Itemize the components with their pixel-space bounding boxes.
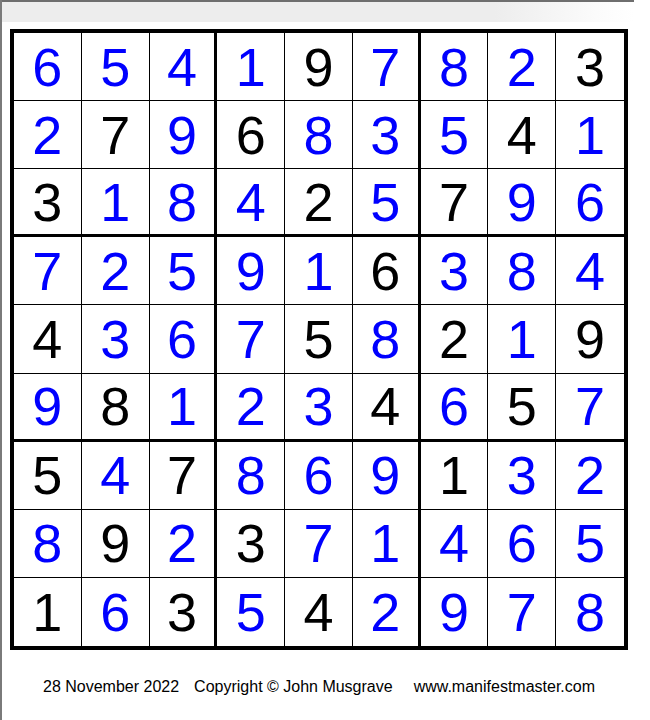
cell-r2c4: 6 (217, 101, 285, 169)
footer-copyright: Copyright © John Musgrave (194, 678, 393, 696)
cell-r2c1: 2 (14, 101, 82, 169)
cell-r4c6: 6 (353, 237, 421, 305)
cell-r3c6: 5 (353, 169, 421, 237)
cell-r7c3: 7 (150, 442, 218, 510)
cell-r7c9: 2 (556, 442, 624, 510)
cell-r2c2: 7 (82, 101, 150, 169)
cell-r2c7: 5 (421, 101, 489, 169)
cell-r5c9: 9 (556, 305, 624, 373)
cell-r1c6: 7 (353, 33, 421, 101)
cell-r1c5: 9 (285, 33, 353, 101)
cell-r9c9: 8 (556, 578, 624, 646)
cell-r6c9: 7 (556, 374, 624, 442)
cell-r4c4: 9 (217, 237, 285, 305)
cell-r3c2: 1 (82, 169, 150, 237)
cell-r5c1: 4 (14, 305, 82, 373)
cell-r8c1: 8 (14, 510, 82, 578)
cell-r4c8: 8 (488, 237, 556, 305)
cell-r6c2: 8 (82, 374, 150, 442)
cell-r3c9: 6 (556, 169, 624, 237)
cell-r6c3: 1 (150, 374, 218, 442)
cell-r1c2: 5 (82, 33, 150, 101)
cell-r8c5: 7 (285, 510, 353, 578)
cell-r3c4: 4 (217, 169, 285, 237)
cell-r6c7: 6 (421, 374, 489, 442)
cell-r8c6: 1 (353, 510, 421, 578)
cell-r3c8: 9 (488, 169, 556, 237)
cell-r5c8: 1 (488, 305, 556, 373)
cell-r7c8: 3 (488, 442, 556, 510)
cell-r9c7: 9 (421, 578, 489, 646)
footer: 28 November 2022 Copyright © John Musgra… (43, 678, 595, 696)
cell-r8c8: 6 (488, 510, 556, 578)
cell-r1c1: 6 (14, 33, 82, 101)
cell-r6c5: 3 (285, 374, 353, 442)
footer-date: 28 November 2022 (43, 678, 179, 696)
cell-r9c2: 6 (82, 578, 150, 646)
cell-r9c8: 7 (488, 578, 556, 646)
cell-r8c9: 5 (556, 510, 624, 578)
cell-r2c9: 1 (556, 101, 624, 169)
cell-r8c7: 4 (421, 510, 489, 578)
cell-r7c7: 1 (421, 442, 489, 510)
footer-website: www.manifestmaster.com (414, 678, 595, 696)
cell-r3c3: 8 (150, 169, 218, 237)
cell-r5c4: 7 (217, 305, 285, 373)
page-top-edge (0, 0, 634, 22)
cell-r5c5: 5 (285, 305, 353, 373)
cell-r1c8: 2 (488, 33, 556, 101)
page-left-edge (0, 0, 2, 720)
cell-r7c4: 8 (217, 442, 285, 510)
cell-r2c5: 8 (285, 101, 353, 169)
cell-r7c2: 4 (82, 442, 150, 510)
cell-r4c5: 1 (285, 237, 353, 305)
cell-r3c5: 2 (285, 169, 353, 237)
cell-r1c3: 4 (150, 33, 218, 101)
cell-r7c5: 6 (285, 442, 353, 510)
cell-r4c1: 7 (14, 237, 82, 305)
cell-r4c2: 2 (82, 237, 150, 305)
cell-r5c3: 6 (150, 305, 218, 373)
cell-r9c6: 2 (353, 578, 421, 646)
cell-r4c7: 3 (421, 237, 489, 305)
cell-r6c6: 4 (353, 374, 421, 442)
cell-r6c1: 9 (14, 374, 82, 442)
cell-r2c8: 4 (488, 101, 556, 169)
cell-r5c6: 8 (353, 305, 421, 373)
cell-r1c4: 1 (217, 33, 285, 101)
cell-r4c9: 4 (556, 237, 624, 305)
cell-r6c8: 5 (488, 374, 556, 442)
cell-r2c6: 3 (353, 101, 421, 169)
cell-r9c4: 5 (217, 578, 285, 646)
sudoku-grid: 6541978232796835413184257967259163844367… (10, 29, 628, 650)
cell-r2c3: 9 (150, 101, 218, 169)
cell-r8c4: 3 (217, 510, 285, 578)
cell-r1c9: 3 (556, 33, 624, 101)
cell-r7c6: 9 (353, 442, 421, 510)
cell-r4c3: 5 (150, 237, 218, 305)
cell-r5c2: 3 (82, 305, 150, 373)
cell-r6c4: 2 (217, 374, 285, 442)
cell-r9c5: 4 (285, 578, 353, 646)
cell-r3c7: 7 (421, 169, 489, 237)
cell-r3c1: 3 (14, 169, 82, 237)
cell-r8c2: 9 (82, 510, 150, 578)
cell-r8c3: 2 (150, 510, 218, 578)
cell-r7c1: 5 (14, 442, 82, 510)
cell-r9c1: 1 (14, 578, 82, 646)
cell-r9c3: 3 (150, 578, 218, 646)
cell-r5c7: 2 (421, 305, 489, 373)
cell-r1c7: 8 (421, 33, 489, 101)
